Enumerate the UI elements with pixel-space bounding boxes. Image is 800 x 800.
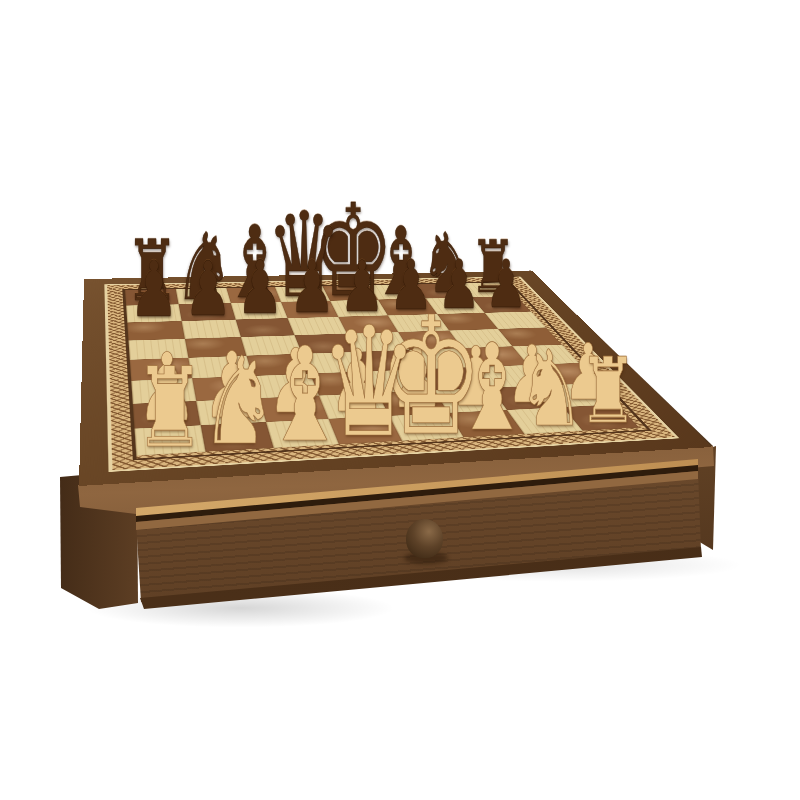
piece-white-knight[interactable]: ♞ [200,341,278,462]
piece-white-rook[interactable]: ♜ [135,353,206,464]
piece-black-pawn[interactable]: ♟ [129,251,179,328]
piece-black-pawn[interactable]: ♟ [183,251,232,326]
chess-set-photo: ♜♞♝♛♚♝♞♜♟♟♟♟♟♟♟♟♟♟♟♟♟♟♟♟♜♞♝♛♚♝♞♜ [0,0,800,800]
piece-black-pawn[interactable]: ♟ [237,251,285,325]
piece-black-pawn[interactable]: ♟ [484,251,527,317]
pieces-layer: ♜♞♝♛♚♝♞♜♟♟♟♟♟♟♟♟♟♟♟♟♟♟♟♟♜♞♝♛♚♝♞♜ [0,0,800,800]
piece-white-rook[interactable]: ♜ [579,346,637,437]
